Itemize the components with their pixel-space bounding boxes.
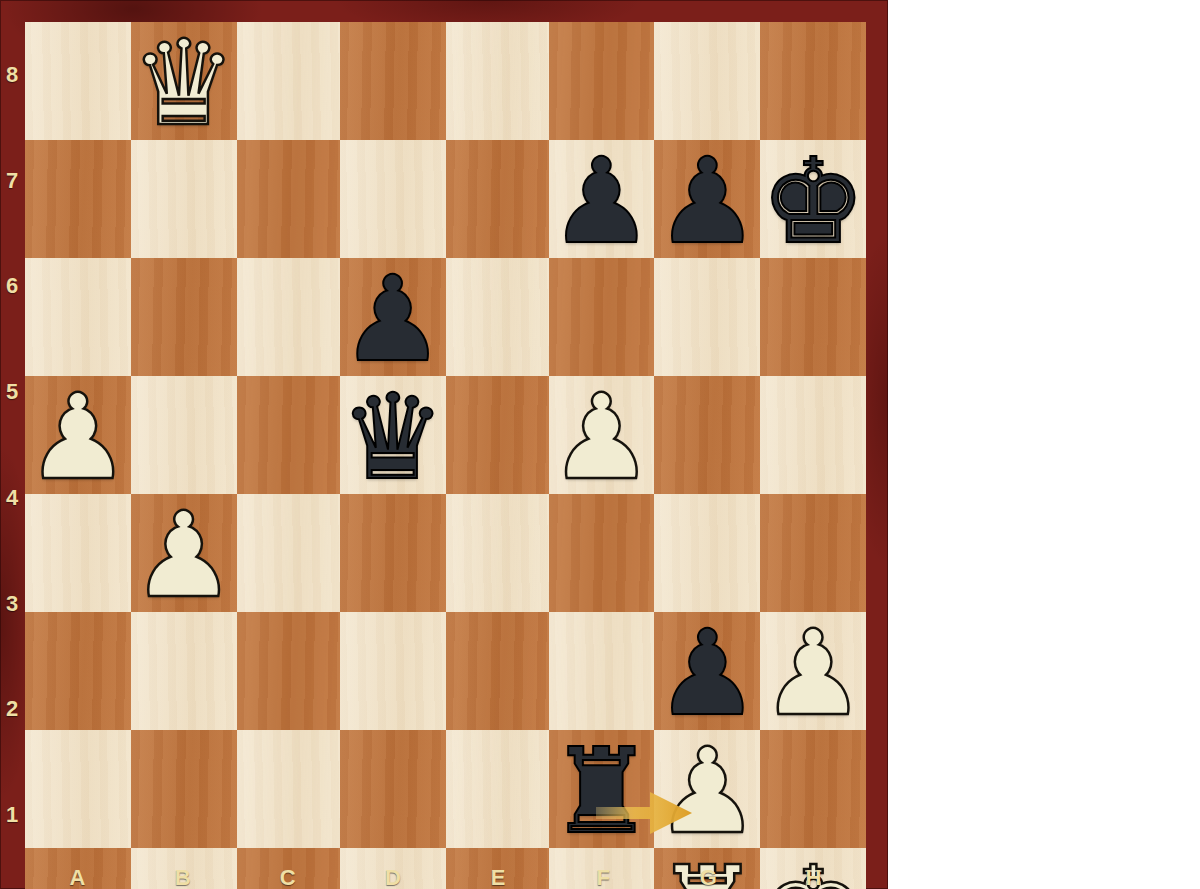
square-b7[interactable] [131,140,237,258]
square-g5[interactable] [654,376,760,494]
square-a2[interactable] [25,730,131,848]
square-c3[interactable] [237,612,340,730]
square-f3[interactable] [549,612,655,730]
square-b8[interactable]: ♛ [131,22,237,140]
square-d6[interactable]: ♟ [340,258,446,376]
square-e2[interactable] [446,730,549,848]
square-h5[interactable] [760,376,866,494]
white-pawn[interactable]: ♟ [654,732,760,850]
square-c5[interactable] [237,376,340,494]
rank-label-1: 1 [6,802,18,828]
square-a8[interactable] [25,22,131,140]
square-d7[interactable] [340,140,446,258]
rank-label-3: 3 [6,591,18,617]
square-g8[interactable] [654,22,760,140]
square-c4[interactable] [237,494,340,612]
square-d8[interactable] [340,22,446,140]
file-label-f: F [596,865,609,889]
rank-label-8: 8 [6,62,18,88]
black-rook[interactable]: ♜ [549,732,655,850]
square-e7[interactable] [446,140,549,258]
square-b6[interactable] [131,258,237,376]
square-c8[interactable] [237,22,340,140]
board-grid: ♛♟♟♚♟♟♛♟♟♟♟♜♟♜♚ [25,22,866,868]
file-label-c: C [280,865,296,889]
square-e6[interactable] [446,258,549,376]
square-g3[interactable]: ♟ [654,612,760,730]
square-h8[interactable] [760,22,866,140]
file-label-b: B [175,865,191,889]
square-a4[interactable] [25,494,131,612]
rank-label-4: 4 [6,485,18,511]
black-pawn[interactable]: ♟ [654,142,760,260]
square-h2[interactable] [760,730,866,848]
square-b5[interactable] [131,376,237,494]
square-h6[interactable] [760,258,866,376]
square-h7[interactable]: ♚ [760,140,866,258]
square-a3[interactable] [25,612,131,730]
square-d3[interactable] [340,612,446,730]
square-f4[interactable] [549,494,655,612]
square-g4[interactable] [654,494,760,612]
rank-label-7: 7 [6,168,18,194]
white-pawn[interactable]: ♟ [549,378,655,496]
square-b2[interactable] [131,730,237,848]
square-e8[interactable] [446,22,549,140]
rank-label-6: 6 [6,273,18,299]
square-g2[interactable]: ♟ [654,730,760,848]
square-c6[interactable] [237,258,340,376]
rank-label-5: 5 [6,379,18,405]
square-a6[interactable] [25,258,131,376]
square-c2[interactable] [237,730,340,848]
square-c7[interactable] [237,140,340,258]
square-g7[interactable]: ♟ [654,140,760,258]
file-label-e: E [491,865,506,889]
square-f8[interactable] [549,22,655,140]
black-pawn[interactable]: ♟ [340,260,446,378]
black-pawn[interactable]: ♟ [549,142,655,260]
white-pawn[interactable]: ♟ [131,496,237,614]
square-d2[interactable] [340,730,446,848]
square-h3[interactable]: ♟ [760,612,866,730]
square-e5[interactable] [446,376,549,494]
white-pawn[interactable]: ♟ [760,614,866,732]
square-f2[interactable]: ♜ [549,730,655,848]
square-b3[interactable] [131,612,237,730]
black-pawn[interactable]: ♟ [654,614,760,732]
rank-label-2: 2 [6,696,18,722]
white-queen[interactable]: ♛ [131,24,237,142]
square-d5[interactable]: ♛ [340,376,446,494]
square-g6[interactable] [654,258,760,376]
square-a5[interactable]: ♟ [25,376,131,494]
square-b4[interactable]: ♟ [131,494,237,612]
file-label-d: D [385,865,401,889]
white-pawn[interactable]: ♟ [25,378,131,496]
square-e3[interactable] [446,612,549,730]
file-label-a: A [70,865,86,889]
square-d4[interactable] [340,494,446,612]
chess-board: ♛♟♟♚♟♟♛♟♟♟♟♜♟♜♚ 87654321 ABCDEFGH [0,0,888,889]
square-f6[interactable] [549,258,655,376]
square-a7[interactable] [25,140,131,258]
square-f5[interactable]: ♟ [549,376,655,494]
file-label-g: G [700,865,717,889]
square-f7[interactable]: ♟ [549,140,655,258]
black-king[interactable]: ♚ [760,142,866,260]
black-queen[interactable]: ♛ [340,378,446,496]
square-e4[interactable] [446,494,549,612]
file-label-h: H [805,865,821,889]
square-h4[interactable] [760,494,866,612]
